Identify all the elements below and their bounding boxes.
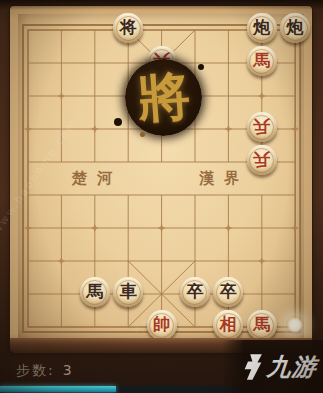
black-horse-piece[interactable]: 馬 — [80, 277, 110, 307]
step-counter-label: 步数: — [16, 362, 55, 378]
red-soldier-piece[interactable]: 兵 — [247, 112, 277, 142]
emblem-ink-splatter — [198, 64, 204, 70]
red-elephant-piece[interactable]: 相 — [213, 310, 243, 340]
red-horse-piece[interactable]: 馬 — [247, 310, 277, 340]
piece-character: 馬 — [253, 316, 270, 333]
black-chariot-piece[interactable]: 車 — [113, 277, 143, 307]
black-cannon-piece[interactable]: 炮 — [247, 13, 277, 43]
black-cannon-piece[interactable]: 炮 — [280, 13, 310, 43]
step-counter: 步数:3 — [16, 362, 74, 380]
emblem-ink-splatter — [114, 118, 122, 126]
piece-character: 卒 — [220, 283, 237, 300]
red-soldier-piece[interactable]: 兵 — [247, 145, 277, 175]
piece-character: 卒 — [186, 283, 203, 300]
game-screen: 楚河 漢界 将炮炮兵馬兵兵馬車卒卒帥相馬 將 www.haohome.com w… — [0, 0, 323, 393]
piece-character: 将 — [120, 19, 137, 36]
red-horse-piece[interactable]: 馬 — [247, 46, 277, 76]
black-general-piece[interactable]: 将 — [113, 13, 143, 43]
piece-character: 車 — [120, 283, 137, 300]
piece-character: 相 — [220, 316, 237, 333]
move-highlight-marker[interactable] — [286, 316, 304, 334]
piece-character: 兵 — [153, 52, 170, 69]
emblem-gold-splatter — [140, 132, 145, 137]
piece-character: 炮 — [253, 19, 270, 36]
black-soldier-piece[interactable]: 卒 — [213, 277, 243, 307]
progress-bar-fill — [0, 386, 116, 392]
jiuyou-logo-icon — [243, 354, 263, 380]
step-counter-value: 3 — [63, 362, 74, 378]
black-soldier-piece[interactable]: 卒 — [180, 277, 210, 307]
brand-logo-text: 九游 — [266, 351, 319, 383]
piece-grid: 将炮炮兵馬兵兵馬車卒卒帥相馬 — [11, 12, 312, 342]
piece-character: 兵 — [253, 151, 270, 168]
piece-character: 馬 — [86, 283, 103, 300]
red-general-piece[interactable]: 帥 — [147, 310, 177, 340]
piece-character: 兵 — [253, 118, 270, 135]
piece-character: 帥 — [153, 316, 170, 333]
piece-character: 馬 — [253, 52, 270, 69]
red-soldier-piece[interactable]: 兵 — [147, 46, 177, 76]
piece-character: 炮 — [287, 19, 304, 36]
brand-watermark-panel: 九游 — [222, 340, 323, 393]
